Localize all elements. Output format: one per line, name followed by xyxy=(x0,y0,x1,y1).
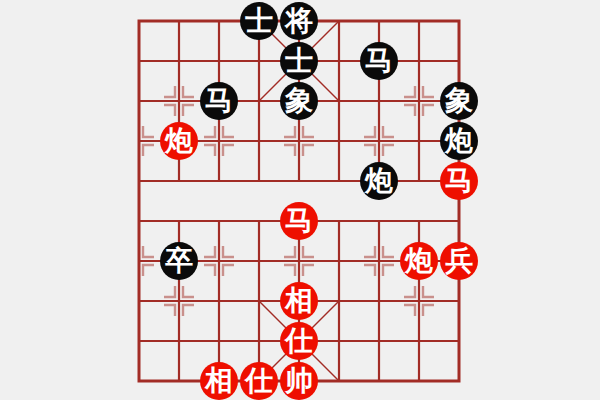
board-point-b9[interactable] xyxy=(159,41,199,81)
board-point-c6[interactable] xyxy=(199,161,239,201)
board-point-i9[interactable] xyxy=(439,41,479,81)
board-point-d4[interactable] xyxy=(239,241,279,281)
piece-black-horse-g9[interactable]: 马 xyxy=(360,42,398,80)
board-point-a8[interactable] xyxy=(119,81,159,121)
board-point-c9[interactable] xyxy=(199,41,239,81)
board-point-f3[interactable] xyxy=(319,281,359,321)
board-point-f1[interactable] xyxy=(319,361,359,400)
piece-red-general-e1[interactable]: 帅 xyxy=(280,362,318,400)
board-point-d3[interactable] xyxy=(239,281,279,321)
piece-red-soldier-i4[interactable]: 兵 xyxy=(440,242,478,280)
board-point-d5[interactable] xyxy=(239,201,279,241)
board-point-h2[interactable] xyxy=(399,321,439,361)
piece-black-general-e10[interactable]: 将 xyxy=(280,2,318,40)
board-point-i3[interactable] xyxy=(439,281,479,321)
board-point-c10[interactable] xyxy=(199,1,239,41)
board-point-h9[interactable] xyxy=(399,41,439,81)
board-point-a10[interactable] xyxy=(119,1,159,41)
board-point-d8[interactable] xyxy=(239,81,279,121)
board-point-h8[interactable] xyxy=(399,81,439,121)
piece-black-horse-c8[interactable]: 马 xyxy=(200,82,238,120)
board-point-a6[interactable] xyxy=(119,161,159,201)
board-point-c5[interactable] xyxy=(199,201,239,241)
board-point-d2[interactable] xyxy=(239,321,279,361)
piece-black-cannon-i7[interactable]: 炮 xyxy=(440,122,478,160)
piece-black-elephant-e8[interactable]: 象 xyxy=(280,82,318,120)
board-point-a3[interactable] xyxy=(119,281,159,321)
board-point-g2[interactable] xyxy=(359,321,399,361)
board-point-i10[interactable] xyxy=(439,1,479,41)
board-point-a9[interactable] xyxy=(119,41,159,81)
piece-black-advisor-d10[interactable]: 士 xyxy=(240,2,278,40)
board-point-g1[interactable] xyxy=(359,361,399,400)
board-point-f5[interactable] xyxy=(319,201,359,241)
board-point-b2[interactable] xyxy=(159,321,199,361)
board-point-d6[interactable] xyxy=(239,161,279,201)
board-point-a4[interactable] xyxy=(119,241,159,281)
piece-red-horse-i6[interactable]: 马 xyxy=(440,162,478,200)
board-point-h3[interactable] xyxy=(399,281,439,321)
board-point-b1[interactable] xyxy=(159,361,199,400)
board-point-g4[interactable] xyxy=(359,241,399,281)
board-point-c7[interactable] xyxy=(199,121,239,161)
board-point-a5[interactable] xyxy=(119,201,159,241)
board-point-a1[interactable] xyxy=(119,361,159,400)
board-point-b3[interactable] xyxy=(159,281,199,321)
board-point-g5[interactable] xyxy=(359,201,399,241)
board-point-f2[interactable] xyxy=(319,321,359,361)
board-point-g7[interactable] xyxy=(359,121,399,161)
board-point-e4[interactable] xyxy=(279,241,319,281)
board-point-b8[interactable] xyxy=(159,81,199,121)
board-point-g8[interactable] xyxy=(359,81,399,121)
board-point-i2[interactable] xyxy=(439,321,479,361)
board-point-g10[interactable] xyxy=(359,1,399,41)
piece-red-cannon-b7[interactable]: 炮 xyxy=(160,122,198,160)
board-point-b6[interactable] xyxy=(159,161,199,201)
board-point-c3[interactable] xyxy=(199,281,239,321)
board-point-h1[interactable] xyxy=(399,361,439,400)
board-point-b5[interactable] xyxy=(159,201,199,241)
board-point-f8[interactable] xyxy=(319,81,359,121)
piece-red-advisor-e2[interactable]: 仕 xyxy=(280,322,318,360)
board-point-h5[interactable] xyxy=(399,201,439,241)
xiangqi-board: 士将士马马象象炮炮炮马马卒炮兵相仕相仕帅 xyxy=(119,1,479,400)
board-point-b10[interactable] xyxy=(159,1,199,41)
board-point-h7[interactable] xyxy=(399,121,439,161)
board-point-f7[interactable] xyxy=(319,121,359,161)
board-point-e6[interactable] xyxy=(279,161,319,201)
piece-red-horse-e5[interactable]: 马 xyxy=(280,202,318,240)
piece-red-advisor-d1[interactable]: 仕 xyxy=(240,362,278,400)
piece-black-soldier-b4[interactable]: 卒 xyxy=(160,242,198,280)
board-point-h6[interactable] xyxy=(399,161,439,201)
board-point-d7[interactable] xyxy=(239,121,279,161)
xiangqi-app: 士将士马马象象炮炮炮马马卒炮兵相仕相仕帅 xyxy=(0,0,600,400)
piece-black-elephant-i8[interactable]: 象 xyxy=(440,82,478,120)
board-point-c4[interactable] xyxy=(199,241,239,281)
board-point-f4[interactable] xyxy=(319,241,359,281)
board-point-a7[interactable] xyxy=(119,121,159,161)
board-point-f10[interactable] xyxy=(319,1,359,41)
board-point-e7[interactable] xyxy=(279,121,319,161)
piece-red-elephant-c1[interactable]: 相 xyxy=(200,362,238,400)
board-point-f9[interactable] xyxy=(319,41,359,81)
piece-red-elephant-e3[interactable]: 相 xyxy=(280,282,318,320)
board-point-i5[interactable] xyxy=(439,201,479,241)
board-point-a2[interactable] xyxy=(119,321,159,361)
board-point-g3[interactable] xyxy=(359,281,399,321)
board-point-f6[interactable] xyxy=(319,161,359,201)
board-point-i1[interactable] xyxy=(439,361,479,400)
board-point-d9[interactable] xyxy=(239,41,279,81)
piece-red-cannon-h4[interactable]: 炮 xyxy=(400,242,438,280)
board-point-c2[interactable] xyxy=(199,321,239,361)
board-point-h10[interactable] xyxy=(399,1,439,41)
piece-black-cannon-g6[interactable]: 炮 xyxy=(360,162,398,200)
piece-black-advisor-e9[interactable]: 士 xyxy=(280,42,318,80)
